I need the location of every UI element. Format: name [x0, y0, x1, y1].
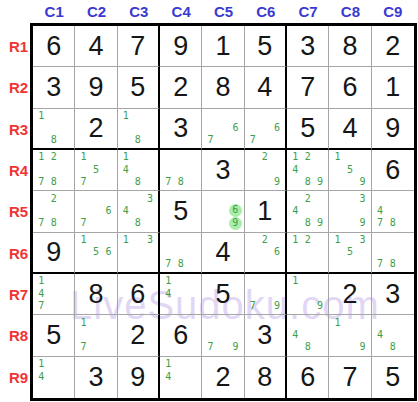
candidate-digit: 1 — [35, 110, 47, 122]
candidate-digit: 3 — [356, 234, 368, 246]
candidate-grid: 148 — [120, 151, 156, 188]
cell-r3c3[interactable]: 18 — [118, 109, 160, 150]
solved-digit: 3 — [215, 157, 230, 184]
candidate-digit: 9 — [356, 217, 368, 229]
row-labels: R1R2R3R4R5R6R7R8R9 — [0, 26, 31, 398]
candidate-grid: 14 — [35, 358, 72, 396]
solved-digit: 6 — [130, 281, 145, 308]
candidate-digit: 1 — [120, 234, 132, 246]
cell-r9c8[interactable]: 7 — [329, 357, 371, 398]
candidate-grid: 48 — [374, 316, 412, 353]
row-label-R7: R7 — [0, 274, 31, 315]
cell-r6c6[interactable]: 26 — [245, 233, 287, 274]
candidate-digit: 4 — [289, 163, 301, 175]
solved-digit: 5 — [130, 74, 145, 101]
candidate-digit: 8 — [47, 176, 59, 188]
cell-r8c9[interactable]: 48 — [372, 315, 414, 356]
candidate-digit: 9 — [356, 176, 368, 188]
cell-r6c4[interactable]: 78 — [160, 233, 202, 274]
solved-digit: 6 — [385, 157, 400, 184]
candidate-digit: 3 — [144, 192, 156, 204]
candidate-digit: 2 — [47, 151, 59, 163]
candidate-grid: 12 — [289, 234, 326, 270]
candidate-digit: 7 — [162, 176, 174, 188]
solved-digit: 6 — [46, 33, 61, 60]
candidate-digit: 9 — [356, 341, 368, 353]
candidate-digit: 8 — [132, 134, 144, 146]
candidate-digit: 1 — [77, 316, 89, 328]
solved-digit: 2 — [342, 281, 357, 308]
candidate-digit: 3 — [144, 234, 156, 246]
candidate-digit: 2 — [259, 234, 271, 246]
col-label-C4: C4 — [160, 2, 202, 22]
candidate-digit: 7 — [77, 217, 89, 229]
cell-r2c9[interactable]: 1 — [372, 67, 414, 108]
cell-r5c4[interactable]: 5 — [160, 191, 202, 232]
candidate-grid: 26 — [247, 234, 283, 270]
cell-r4c2[interactable]: 157 — [75, 150, 117, 191]
cell-r7c7[interactable]: 19 — [287, 274, 329, 315]
candidate-digit: 6 — [271, 246, 283, 258]
solved-digit: 7 — [342, 364, 357, 391]
solved-digit: 4 — [88, 33, 103, 60]
candidate-digit: 8 — [174, 258, 186, 270]
candidate-digit: 4 — [289, 205, 301, 217]
candidate-digit: 4 — [35, 370, 47, 383]
candidate-digit: 7 — [35, 217, 47, 229]
column-labels: C1C2C3C4C5C6C7C8C9 — [33, 2, 414, 22]
cell-r5c9[interactable]: 478 — [372, 191, 414, 232]
solved-digit: 5 — [257, 33, 272, 60]
candidate-digit: 4 — [374, 329, 387, 341]
candidate-digit: 7 — [247, 300, 259, 312]
cell-r3c1[interactable]: 18 — [33, 109, 75, 150]
cell-r4c1[interactable]: 1278 — [33, 150, 75, 191]
candidate-digit: 5 — [344, 246, 356, 258]
cell-r8c7[interactable]: 48 — [287, 315, 329, 356]
candidate-digit: 1 — [35, 151, 47, 163]
cell-r1c3[interactable]: 7 — [118, 26, 160, 67]
solved-digit: 7 — [300, 74, 315, 101]
candidate-digit: 4 — [120, 163, 132, 175]
solved-digit: 8 — [88, 281, 103, 308]
cell-r9c2[interactable]: 3 — [75, 357, 117, 398]
solved-digit: 3 — [88, 364, 103, 391]
candidate-grid: 2489 — [289, 192, 326, 229]
col-label-C7: C7 — [287, 2, 329, 22]
solved-digit: 6 — [300, 364, 315, 391]
row-label-R3: R3 — [0, 109, 31, 150]
candidate-digit: 9 — [314, 300, 326, 312]
candidate-grid: 29 — [247, 151, 283, 188]
cell-r2c4[interactable]: 2 — [160, 67, 202, 108]
cell-r2c3[interactable]: 5 — [118, 67, 160, 108]
cell-r7c8[interactable]: 2 — [329, 274, 371, 315]
cell-r1c8[interactable]: 8 — [329, 26, 371, 67]
cell-r7c1[interactable]: 147 — [33, 274, 75, 315]
cell-r8c6[interactable]: 3 — [245, 315, 287, 356]
solved-digit: 2 — [385, 33, 400, 60]
candidate-digit: 2 — [301, 151, 313, 163]
solved-digit: 4 — [215, 239, 230, 266]
row-label-R1: R1 — [0, 26, 31, 67]
candidate-digit: 8 — [47, 217, 59, 229]
candidate-digit: 1 — [120, 110, 132, 122]
cell-r4c4[interactable]: 78 — [160, 150, 202, 191]
candidate-digit: 3 — [356, 192, 368, 204]
candidate-grid: 67 — [77, 192, 114, 229]
cell-r4c5[interactable]: 3 — [202, 150, 244, 191]
cell-r8c3[interactable]: 2 — [118, 315, 160, 356]
col-label-C9: C9 — [372, 2, 414, 22]
candidate-digit: 4 — [35, 287, 47, 299]
candidate-digit: 6 — [102, 205, 114, 217]
solved-digit: 6 — [342, 74, 357, 101]
cell-r3c5[interactable]: 67 — [202, 109, 244, 150]
candidate-grid: 67 — [247, 110, 283, 146]
cell-r7c4[interactable]: 14 — [160, 274, 202, 315]
candidate-digit: 1 — [77, 151, 89, 163]
cell-r9c5[interactable]: 2 — [202, 357, 244, 398]
candidate-grid: 14 — [162, 358, 199, 396]
candidate-digit: 4 — [289, 329, 301, 341]
solved-digit: 3 — [46, 74, 61, 101]
col-label-C2: C2 — [75, 2, 117, 22]
candidate-grid: 67 — [204, 110, 241, 146]
solved-digit: 2 — [130, 322, 145, 349]
cell-r4c9[interactable]: 6 — [372, 150, 414, 191]
solved-digit: 2 — [173, 74, 188, 101]
candidate-digit: 1 — [162, 358, 174, 371]
row-label-R9: R9 — [0, 357, 31, 398]
candidate-grid: 78 — [162, 151, 199, 188]
candidate-digit: 8 — [174, 176, 186, 188]
cell-r8c2[interactable]: 17 — [75, 315, 117, 356]
cell-r2c1[interactable]: 3 — [33, 67, 75, 108]
candidate-digit: 7 — [374, 217, 387, 229]
candidate-digit: 9 — [271, 176, 283, 188]
candidate-digit: 1 — [77, 234, 89, 246]
cell-r7c3[interactable]: 6 — [118, 274, 160, 315]
candidate-grid: 79 — [204, 316, 241, 353]
cell-r3c7[interactable]: 5 — [287, 109, 329, 150]
candidate-grid: 278 — [35, 192, 72, 229]
cell-r9c3[interactable]: 9 — [118, 357, 160, 398]
solved-digit: 8 — [342, 33, 357, 60]
cell-r6c2[interactable]: 156 — [75, 233, 117, 274]
solved-digit: 2 — [215, 364, 230, 391]
solved-digit: 4 — [342, 115, 357, 142]
candidate-digit: 7 — [162, 258, 174, 270]
solved-digit: 9 — [130, 364, 145, 391]
candidate-digit: 5 — [90, 163, 102, 175]
candidate-digit: 7 — [204, 341, 216, 353]
candidate-grid: 13 — [120, 234, 156, 270]
cell-r1c7[interactable]: 3 — [287, 26, 329, 67]
cell-r7c2[interactable]: 8 — [75, 274, 117, 315]
solved-digit: 9 — [46, 239, 61, 266]
candidate-grid: 147 — [35, 275, 72, 312]
candidate-grid: 78 — [162, 234, 199, 270]
cell-r5c8[interactable]: 39 — [329, 191, 371, 232]
candidate-digit: 7 — [35, 176, 47, 188]
candidate-digit: 1 — [331, 234, 343, 246]
row-label-R2: R2 — [0, 67, 31, 108]
row-label-R8: R8 — [0, 315, 31, 356]
cell-r3c2[interactable]: 2 — [75, 109, 117, 150]
solved-digit: 1 — [215, 33, 230, 60]
candidate-grid: 18 — [35, 110, 72, 146]
candidate-grid: 156 — [77, 234, 114, 270]
candidate-grid: 18 — [120, 110, 156, 146]
row-label-R5: R5 — [0, 191, 31, 232]
candidate-digit: 5 — [344, 163, 356, 175]
solved-digit: 3 — [257, 322, 272, 349]
cell-r2c8[interactable]: 6 — [329, 67, 371, 108]
cell-r9c4[interactable]: 14 — [160, 357, 202, 398]
candidate-digit: 6 — [102, 246, 114, 258]
candidate-digit: 4 — [374, 205, 387, 217]
solved-digit: 6 — [173, 322, 188, 349]
cell-r2c6[interactable]: 4 — [245, 67, 287, 108]
candidate-grid: 39 — [331, 192, 368, 229]
candidate-grid: 157 — [77, 151, 114, 188]
cell-r6c7[interactable]: 12 — [287, 233, 329, 274]
cell-r9c7[interactable]: 6 — [287, 357, 329, 398]
candidate-grid: 348 — [120, 192, 156, 229]
solved-digit: 4 — [257, 74, 272, 101]
cell-r2c7[interactable]: 7 — [287, 67, 329, 108]
cell-r8c4[interactable]: 6 — [160, 315, 202, 356]
cell-r5c2[interactable]: 67 — [75, 191, 117, 232]
solved-digit: 1 — [385, 74, 400, 101]
candidate-digit: 1 — [35, 358, 47, 371]
candidate-grid: 19 — [331, 316, 368, 353]
candidate-grid: 1278 — [35, 151, 72, 188]
candidate-digit: 1 — [289, 275, 301, 287]
cell-r1c2[interactable]: 4 — [75, 26, 117, 67]
candidate-digit: 1 — [35, 275, 47, 287]
candidate-digit: 8 — [47, 134, 59, 146]
cell-r5c3[interactable]: 348 — [118, 191, 160, 232]
candidate-digit: 6 — [229, 122, 241, 134]
solved-digit: 3 — [300, 33, 315, 60]
col-label-C3: C3 — [118, 2, 160, 22]
cell-r3c4[interactable]: 3 — [160, 109, 202, 150]
cell-r6c1[interactable]: 9 — [33, 233, 75, 274]
solved-digit: 5 — [46, 322, 61, 349]
cell-r3c9[interactable]: 9 — [372, 109, 414, 150]
candidate-digit: 4 — [162, 370, 174, 383]
candidate-grid: 478 — [374, 192, 412, 229]
sudoku-board: C1C2C3C4C5C6C7C8C9 R1R2R3R4R5R6R7R8R9 64… — [0, 0, 418, 402]
candidate-digit: 8 — [386, 258, 399, 270]
candidate-digit: 2 — [301, 192, 313, 204]
candidate-grid: 159 — [331, 151, 368, 188]
solved-digit: 2 — [88, 115, 103, 142]
candidate-digit: 8 — [132, 217, 144, 229]
cell-r9c9[interactable]: 5 — [372, 357, 414, 398]
cell-r7c9[interactable]: 3 — [372, 274, 414, 315]
candidate-grid: 48 — [289, 316, 326, 353]
candidate-digit: 2 — [47, 192, 59, 204]
cell-r4c8[interactable]: 159 — [329, 150, 371, 191]
cell-r5c7[interactable]: 2489 — [287, 191, 329, 232]
candidate-grid: 69 — [204, 192, 241, 229]
candidate-grid: 12489 — [289, 151, 326, 188]
candidate-grid: 79 — [247, 275, 283, 312]
candidate-digit: 1 — [289, 151, 301, 163]
candidate-digit: 1 — [331, 316, 343, 328]
col-label-C8: C8 — [329, 2, 371, 22]
cell-r8c8[interactable]: 19 — [329, 315, 371, 356]
cell-r8c1[interactable]: 5 — [33, 315, 75, 356]
cell-r7c5[interactable]: 5 — [202, 274, 244, 315]
candidate-digit: 7 — [77, 176, 89, 188]
solved-digit: 9 — [173, 33, 188, 60]
candidate-digit: 7 — [247, 134, 259, 146]
cell-r1c4[interactable]: 9 — [160, 26, 202, 67]
cell-r1c5[interactable]: 1 — [202, 26, 244, 67]
cell-r4c6[interactable]: 29 — [245, 150, 287, 191]
cell-r3c6[interactable]: 67 — [245, 109, 287, 150]
cell-r6c9[interactable]: 78 — [372, 233, 414, 274]
candidate-digit: 8 — [301, 341, 313, 353]
cell-r9c6[interactable]: 8 — [245, 357, 287, 398]
col-label-C6: C6 — [245, 2, 287, 22]
solved-digit: 9 — [385, 115, 400, 142]
solved-digit: 7 — [130, 33, 145, 60]
candidate-digit: 8 — [386, 217, 399, 229]
cell-r2c2[interactable]: 9 — [75, 67, 117, 108]
candidate-digit: 9 — [271, 300, 283, 312]
candidate-grid: 78 — [374, 234, 412, 270]
solved-digit: 8 — [215, 74, 230, 101]
candidate-digit: 8 — [386, 341, 399, 353]
candidate-digit: 1 — [289, 234, 301, 246]
solved-digit: 3 — [385, 281, 400, 308]
candidate-grid: 17 — [77, 316, 114, 353]
candidate-digit: 2 — [259, 151, 271, 163]
candidate-digit: 7 — [204, 134, 216, 146]
candidate-digit: 6 — [271, 122, 283, 134]
cell-r6c8[interactable]: 135 — [329, 233, 371, 274]
candidate-digit: 1 — [120, 151, 132, 163]
cell-r9c1[interactable]: 14 — [33, 357, 75, 398]
cell-r1c6[interactable]: 5 — [245, 26, 287, 67]
solved-digit: 5 — [173, 198, 188, 225]
cell-r8c5[interactable]: 79 — [202, 315, 244, 356]
candidate-digit: 4 — [120, 205, 132, 217]
candidate-digit: 8 — [301, 176, 313, 188]
candidate-digit: 9 — [314, 176, 326, 188]
candidate-digit: 9 — [314, 217, 326, 229]
cell-r3c8[interactable]: 4 — [329, 109, 371, 150]
candidate-digit: 8 — [132, 176, 144, 188]
candidate-digit: 5 — [90, 246, 102, 258]
row-label-R6: R6 — [0, 233, 31, 274]
cell-r4c3[interactable]: 148 — [118, 150, 160, 191]
cell-r5c5[interactable]: 69 — [202, 191, 244, 232]
solved-digit: 9 — [88, 74, 103, 101]
candidate-digit: 2 — [301, 234, 313, 246]
candidate-digit: 4 — [162, 287, 174, 299]
cell-r6c5[interactable]: 4 — [202, 233, 244, 274]
candidate-digit: 9 — [229, 217, 242, 230]
solved-digit: 1 — [257, 198, 272, 225]
solved-digit: 5 — [300, 115, 315, 142]
solved-digit: 5 — [215, 281, 230, 308]
candidate-grid: 14 — [162, 275, 199, 312]
cell-r1c9[interactable]: 2 — [372, 26, 414, 67]
cell-r6c3[interactable]: 13 — [118, 233, 160, 274]
solved-digit: 5 — [385, 364, 400, 391]
cell-r1c1[interactable]: 6 — [33, 26, 75, 67]
solved-digit: 3 — [173, 115, 188, 142]
candidate-grid: 19 — [289, 275, 326, 312]
cell-r5c1[interactable]: 278 — [33, 191, 75, 232]
cell-r5c6[interactable]: 1 — [245, 191, 287, 232]
candidate-digit: 7 — [374, 258, 387, 270]
cell-r7c6[interactable]: 79 — [245, 274, 287, 315]
candidate-digit: 7 — [35, 300, 47, 312]
candidate-digit: 1 — [162, 275, 174, 287]
col-label-C5: C5 — [202, 2, 244, 22]
candidate-digit: 8 — [301, 217, 313, 229]
row-label-R4: R4 — [0, 150, 31, 191]
candidate-digit: 9 — [229, 341, 241, 353]
candidate-grid: 135 — [331, 234, 368, 270]
candidate-digit: 7 — [77, 341, 89, 353]
cell-r4c7[interactable]: 12489 — [287, 150, 329, 191]
solved-digit: 8 — [257, 364, 272, 391]
candidate-digit: 6 — [229, 204, 242, 217]
sudoku-grid: 6479153823952847611821836767549127815714… — [30, 23, 417, 401]
col-label-C1: C1 — [33, 2, 75, 22]
candidate-digit: 1 — [331, 151, 343, 163]
cell-r2c5[interactable]: 8 — [202, 67, 244, 108]
